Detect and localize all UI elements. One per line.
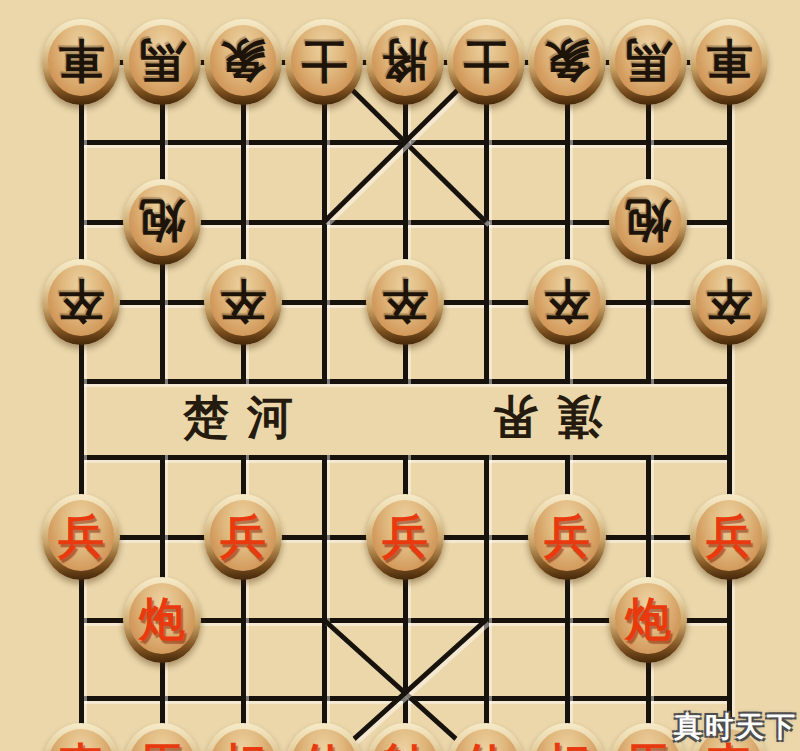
piece-face: 兵 (372, 500, 438, 571)
piece-glyph: 炮 (139, 596, 185, 642)
piece-glyph: 車 (58, 38, 104, 84)
piece-face: 馬 (129, 25, 195, 96)
piece-black-f1r2[interactable]: 炮 (123, 179, 201, 265)
piece-face: 仕 (453, 729, 519, 751)
piece-glyph: 仕 (301, 742, 347, 751)
piece-black-f2r0[interactable]: 象 (204, 19, 282, 105)
piece-black-f7r2[interactable]: 炮 (609, 179, 687, 265)
piece-black-f1r0[interactable]: 馬 (123, 19, 201, 105)
piece-red-f7r7[interactable]: 炮 (609, 577, 687, 663)
piece-face: 卒 (534, 265, 600, 336)
piece-glyph: 炮 (139, 198, 185, 244)
piece-glyph: 卒 (220, 278, 266, 324)
piece-face: 象 (534, 25, 600, 96)
piece-glyph: 卒 (382, 278, 428, 324)
piece-face: 炮 (615, 583, 681, 654)
piece-face: 馬 (615, 729, 681, 751)
piece-glyph: 炮 (625, 198, 671, 244)
piece-face: 相 (534, 729, 600, 751)
piece-face: 車 (48, 25, 114, 96)
piece-face: 卒 (48, 265, 114, 336)
piece-face: 仕 (291, 729, 357, 751)
piece-face: 卒 (696, 265, 762, 336)
river-label-han-jie: 漢界 (474, 394, 602, 440)
piece-black-f0r0[interactable]: 車 (42, 19, 120, 105)
piece-glyph: 卒 (58, 278, 104, 324)
piece-face: 車 (696, 25, 762, 96)
piece-glyph: 兵 (220, 513, 266, 559)
piece-face: 炮 (615, 185, 681, 256)
piece-glyph: 仕 (463, 742, 509, 751)
piece-glyph: 卒 (544, 278, 590, 324)
piece-glyph: 車 (58, 742, 104, 751)
piece-face: 馬 (615, 25, 681, 96)
piece-glyph: 兵 (382, 513, 428, 559)
piece-black-f5r0[interactable]: 士 (447, 19, 525, 105)
piece-face: 將 (372, 25, 438, 96)
piece-black-f6r0[interactable]: 象 (528, 19, 606, 105)
piece-glyph: 兵 (706, 513, 752, 559)
piece-face: 兵 (696, 500, 762, 571)
piece-red-f8r6[interactable]: 兵 (690, 494, 768, 580)
piece-black-f4r3[interactable]: 卒 (366, 259, 444, 345)
piece-glyph: 兵 (58, 513, 104, 559)
piece-glyph: 象 (544, 38, 590, 84)
piece-face: 卒 (372, 265, 438, 336)
piece-glyph: 車 (706, 38, 752, 84)
piece-face: 馬 (129, 729, 195, 751)
piece-face: 士 (453, 25, 519, 96)
piece-glyph: 士 (463, 38, 509, 84)
piece-glyph: 卒 (706, 278, 752, 324)
piece-red-f0r6[interactable]: 兵 (42, 494, 120, 580)
piece-black-f4r0[interactable]: 將 (366, 19, 444, 105)
piece-black-f3r0[interactable]: 士 (285, 19, 363, 105)
piece-red-f2r6[interactable]: 兵 (204, 494, 282, 580)
watermark-text: 真时天下 (674, 708, 798, 746)
piece-glyph: 馬 (625, 742, 671, 751)
piece-glyph: 炮 (625, 596, 671, 642)
piece-red-f6r6[interactable]: 兵 (528, 494, 606, 580)
piece-glyph: 兵 (544, 513, 590, 559)
xiangqi-board: 楚河 漢界 車馬象士將士象馬車炮炮卒卒卒卒卒兵兵兵兵兵炮炮車馬相仕帥仕相馬車真时… (0, 0, 800, 751)
piece-glyph: 馬 (625, 38, 671, 84)
piece-glyph: 帥 (382, 742, 428, 751)
piece-glyph: 象 (220, 38, 266, 84)
piece-black-f6r3[interactable]: 卒 (528, 259, 606, 345)
piece-face: 兵 (48, 500, 114, 571)
piece-glyph: 相 (544, 742, 590, 751)
piece-face: 帥 (372, 729, 438, 751)
piece-glyph: 馬 (139, 38, 185, 84)
piece-red-f4r6[interactable]: 兵 (366, 494, 444, 580)
piece-face: 炮 (129, 185, 195, 256)
piece-face: 兵 (210, 500, 276, 571)
river-label-chu-he: 楚河 (183, 394, 311, 440)
piece-red-f1r7[interactable]: 炮 (123, 577, 201, 663)
piece-black-f8r3[interactable]: 卒 (690, 259, 768, 345)
piece-glyph: 相 (220, 742, 266, 751)
piece-face: 相 (210, 729, 276, 751)
piece-face: 兵 (534, 500, 600, 571)
piece-face: 士 (291, 25, 357, 96)
piece-glyph: 馬 (139, 742, 185, 751)
piece-face: 卒 (210, 265, 276, 336)
piece-glyph: 士 (301, 38, 347, 84)
piece-glyph: 將 (382, 38, 428, 84)
piece-black-f0r3[interactable]: 卒 (42, 259, 120, 345)
piece-black-f2r3[interactable]: 卒 (204, 259, 282, 345)
piece-black-f8r0[interactable]: 車 (690, 19, 768, 105)
piece-face: 炮 (129, 583, 195, 654)
piece-face: 象 (210, 25, 276, 96)
piece-face: 車 (48, 729, 114, 751)
piece-black-f7r0[interactable]: 馬 (609, 19, 687, 105)
